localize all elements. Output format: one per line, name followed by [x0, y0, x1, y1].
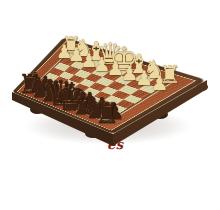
product-photo: es ♜♞♝♛♚♝♞♜♟♟♟♟♟♟♟♟♟♟♟♟♟♟♟♟♜♞♝♛♚♝♞♜: [0, 0, 220, 210]
